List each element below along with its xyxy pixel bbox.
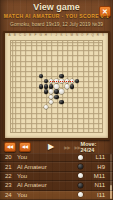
move-player: You: [17, 154, 78, 160]
white-stone-K9: [59, 89, 63, 93]
black-stone-K7: [59, 100, 63, 104]
move-row[interactable]: 21AI AmateurH9: [0, 162, 113, 171]
go-to-start-button[interactable]: ◀◀: [4, 142, 16, 152]
black-stone-icon: [78, 164, 83, 169]
move-player: AI Amateur: [17, 182, 78, 188]
board-grid: [7, 37, 106, 136]
white-stone-J10: [54, 84, 58, 88]
move-number: 21: [5, 164, 17, 170]
move-row[interactable]: 22YouM11: [0, 172, 113, 181]
winning-line-marker: [50, 81, 74, 82]
black-stone-J9: [54, 89, 58, 93]
move-counter: Move: 24/24: [81, 141, 109, 153]
forward-icon: ▶▶: [64, 145, 70, 150]
white-stone-icon: [78, 173, 83, 178]
move-coord: I11: [89, 192, 105, 198]
gomoku-board[interactable]: ABCDEFGHIJKLMNOPQRS: [3, 31, 110, 140]
move-coord: H9: [89, 164, 105, 170]
move-coord: L11: [89, 154, 105, 160]
view-game-dialog: View game ✕ MATCH AI AMATEUR · YOU SCORE…: [0, 0, 113, 200]
move-coord: M11: [89, 173, 105, 179]
page-title: View game: [0, 0, 113, 14]
move-player: You: [17, 173, 78, 179]
move-row[interactable]: 20YouL11: [0, 153, 113, 162]
title-bar: View game ✕: [0, 0, 113, 14]
black-stone-K12: [59, 74, 63, 78]
move-row[interactable]: 24YouI11: [0, 191, 113, 200]
black-stone-H9: [44, 89, 48, 93]
match-score-line: MATCH AI AMATEUR · YOU SCORE 0:1: [0, 13, 113, 19]
white-stone-L10: [65, 84, 69, 88]
rewind-start-icon: ◀◀: [7, 144, 13, 149]
play-button[interactable]: ▶: [48, 142, 54, 152]
move-number: 23: [5, 182, 17, 188]
playback-toolbar: ◀◀ ◀◀ ▶ ▶▶ ▶▶ Move: 24/24: [0, 141, 113, 153]
move-number: 22: [5, 173, 17, 179]
black-stone-G10: [39, 84, 43, 88]
move-list: 20YouL1121AI AmateurH922YouM1123AI Amate…: [0, 153, 113, 200]
black-stone-H10: [44, 84, 48, 88]
black-stone-icon: [78, 183, 83, 188]
black-stone-I10: [49, 84, 53, 88]
rewind-icon: ◀◀: [22, 144, 28, 149]
white-stone-icon: [78, 155, 83, 160]
step-back-button[interactable]: ◀◀: [19, 142, 31, 152]
black-stone-J8: [54, 95, 58, 99]
white-stone-icon: [78, 192, 83, 197]
move-number: 24: [5, 192, 17, 198]
play-icon: ▶: [48, 142, 54, 151]
move-row[interactable]: 23AI AmateurN11: [0, 181, 113, 190]
move-player: AI Amateur: [17, 164, 78, 170]
game-info-line: Gomoku, board 19x19, 12 July 2019 №39: [0, 21, 113, 27]
move-coord: N11: [89, 182, 105, 188]
black-stone-M10: [70, 84, 74, 88]
move-player: You: [17, 192, 78, 198]
step-forward-button[interactable]: ▶▶: [64, 145, 70, 150]
move-number: 20: [5, 154, 17, 160]
